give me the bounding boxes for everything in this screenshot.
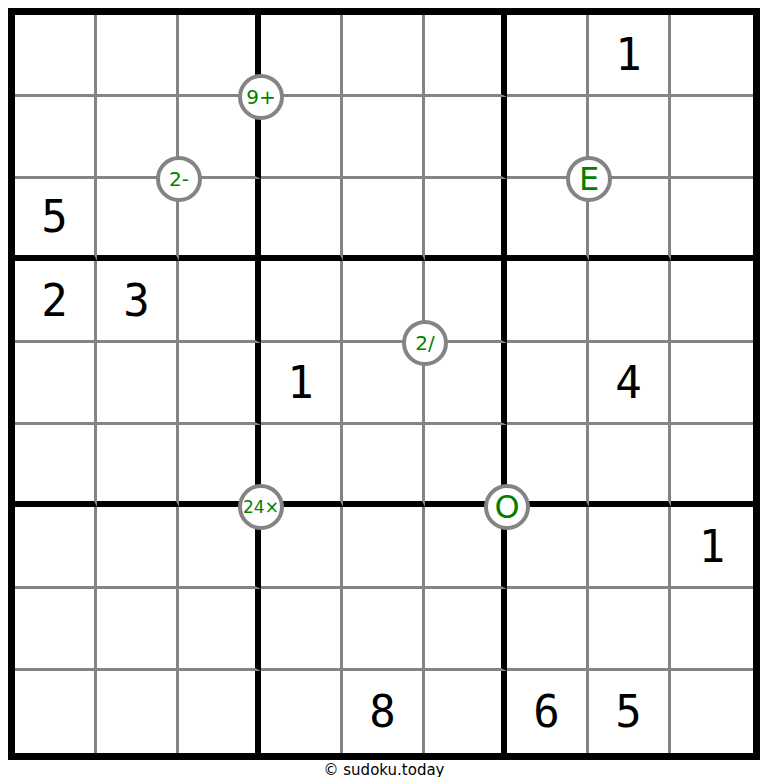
cell-r8c9[interactable] bbox=[671, 589, 753, 671]
cell-r7c5[interactable] bbox=[343, 507, 425, 589]
cell-r4c7[interactable] bbox=[507, 261, 589, 343]
mathrax-clue-label: E bbox=[579, 163, 599, 195]
cell-r6c8[interactable] bbox=[589, 425, 671, 507]
mathrax-clue-circle: E bbox=[566, 156, 612, 202]
cell-r4c8[interactable] bbox=[589, 261, 671, 343]
mathrax-sudoku-page: 1523141865 9+2-E2/24×O © sudoku.today bbox=[0, 0, 767, 777]
cell-r4c9[interactable] bbox=[671, 261, 753, 343]
cell-r9c1[interactable] bbox=[15, 671, 97, 753]
cell-r9c7: 6 bbox=[507, 671, 589, 753]
cell-r6c9[interactable] bbox=[671, 425, 753, 507]
mathrax-clue-label: O bbox=[494, 491, 519, 523]
mathrax-clue-circle: 2/ bbox=[402, 320, 448, 366]
cell-r9c4[interactable] bbox=[261, 671, 343, 753]
cell-r7c1[interactable] bbox=[15, 507, 97, 589]
cell-r7c8[interactable] bbox=[589, 507, 671, 589]
sudoku-board: 1523141865 9+2-E2/24×O bbox=[8, 8, 760, 760]
cell-r4c3[interactable] bbox=[179, 261, 261, 343]
cell-r2c6[interactable] bbox=[425, 97, 507, 179]
cell-r6c1[interactable] bbox=[15, 425, 97, 507]
cell-r7c9: 1 bbox=[671, 507, 753, 589]
cell-r9c2[interactable] bbox=[97, 671, 179, 753]
cell-r8c3[interactable] bbox=[179, 589, 261, 671]
cell-r2c9[interactable] bbox=[671, 97, 753, 179]
cell-r4c4[interactable] bbox=[261, 261, 343, 343]
cell-r9c8: 5 bbox=[589, 671, 671, 753]
cell-r8c6[interactable] bbox=[425, 589, 507, 671]
cell-r6c2[interactable] bbox=[97, 425, 179, 507]
cell-r5c9[interactable] bbox=[671, 343, 753, 425]
mathrax-clue-label: 2/ bbox=[415, 333, 434, 353]
cell-r1c2[interactable] bbox=[97, 15, 179, 97]
cell-r7c2[interactable] bbox=[97, 507, 179, 589]
cell-r5c8: 4 bbox=[589, 343, 671, 425]
cell-r3c5[interactable] bbox=[343, 179, 425, 261]
cell-r1c8: 1 bbox=[589, 15, 671, 97]
cell-r8c5[interactable] bbox=[343, 589, 425, 671]
copyright-text: © sudoku.today bbox=[8, 761, 760, 777]
cell-r8c7[interactable] bbox=[507, 589, 589, 671]
cell-r5c2[interactable] bbox=[97, 343, 179, 425]
cell-r1c1[interactable] bbox=[15, 15, 97, 97]
cell-r1c7[interactable] bbox=[507, 15, 589, 97]
cell-r3c9[interactable] bbox=[671, 179, 753, 261]
cell-r8c2[interactable] bbox=[97, 589, 179, 671]
cell-r2c1[interactable] bbox=[15, 97, 97, 179]
cell-r5c4: 1 bbox=[261, 343, 343, 425]
mathrax-clue-label: 24× bbox=[243, 499, 279, 516]
cell-r3c4[interactable] bbox=[261, 179, 343, 261]
cell-r4c1: 2 bbox=[15, 261, 97, 343]
cell-r1c6[interactable] bbox=[425, 15, 507, 97]
cell-r9c5: 8 bbox=[343, 671, 425, 753]
mathrax-clue-circle: 2- bbox=[156, 156, 202, 202]
cell-r9c3[interactable] bbox=[179, 671, 261, 753]
cell-r5c1[interactable] bbox=[15, 343, 97, 425]
cell-r8c4[interactable] bbox=[261, 589, 343, 671]
cell-r1c5[interactable] bbox=[343, 15, 425, 97]
mathrax-clue-label: 2- bbox=[169, 169, 189, 189]
mathrax-clue-label: 9+ bbox=[246, 87, 275, 107]
cell-r1c9[interactable] bbox=[671, 15, 753, 97]
mathrax-clue-circle: 24× bbox=[238, 484, 284, 530]
cell-r9c6[interactable] bbox=[425, 671, 507, 753]
cell-r5c7[interactable] bbox=[507, 343, 589, 425]
cell-r9c9[interactable] bbox=[671, 671, 753, 753]
cell-r8c8[interactable] bbox=[589, 589, 671, 671]
cell-r8c1[interactable] bbox=[15, 589, 97, 671]
mathrax-clue-circle: O bbox=[484, 484, 530, 530]
cell-r2c5[interactable] bbox=[343, 97, 425, 179]
cell-r5c3[interactable] bbox=[179, 343, 261, 425]
cell-r3c6[interactable] bbox=[425, 179, 507, 261]
mathrax-clue-circle: 9+ bbox=[238, 74, 284, 120]
sudoku-grid: 1523141865 bbox=[15, 15, 753, 753]
cell-r6c5[interactable] bbox=[343, 425, 425, 507]
cell-r4c2: 3 bbox=[97, 261, 179, 343]
cell-r3c1: 5 bbox=[15, 179, 97, 261]
